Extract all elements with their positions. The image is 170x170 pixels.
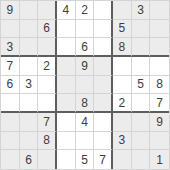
cell-r2c3[interactable]: 6: [38, 20, 57, 39]
cell-r5c6[interactable]: [94, 76, 113, 95]
cell-r1c8[interactable]: 3: [132, 1, 151, 20]
cell-r7c8[interactable]: [132, 113, 151, 132]
cell-r7c1[interactable]: [1, 113, 20, 132]
cell-r5c8[interactable]: 5: [132, 76, 151, 95]
cell-r1c1[interactable]: 9: [1, 1, 20, 20]
cell-r1c2[interactable]: [20, 1, 39, 20]
cell-r4c6[interactable]: [94, 57, 113, 76]
cell-r4c5[interactable]: 9: [76, 57, 95, 76]
cell-r4c3[interactable]: 2: [38, 57, 57, 76]
cell-r2c4[interactable]: [57, 20, 76, 39]
cell-r5c4[interactable]: [57, 76, 76, 95]
cell-r2c6[interactable]: [94, 20, 113, 39]
cell-r7c9[interactable]: 9: [150, 113, 169, 132]
cell-r9c8[interactable]: [132, 150, 151, 169]
cell-r4c8[interactable]: [132, 57, 151, 76]
cell-r1c9[interactable]: [150, 1, 169, 20]
cell-r3c1[interactable]: 3: [1, 38, 20, 57]
cell-r9c2[interactable]: 6: [20, 150, 39, 169]
cell-r1c3[interactable]: [38, 1, 57, 20]
cell-r9c6[interactable]: 7: [94, 150, 113, 169]
cell-r2c1[interactable]: [1, 20, 20, 39]
cell-r3c5[interactable]: 6: [76, 38, 95, 57]
cell-r7c7[interactable]: [113, 113, 132, 132]
cell-r4c1[interactable]: 7: [1, 57, 20, 76]
cell-r5c3[interactable]: [38, 76, 57, 95]
cell-r8c7[interactable]: 3: [113, 132, 132, 151]
cell-r7c5[interactable]: 4: [76, 113, 95, 132]
cell-r6c2[interactable]: [20, 94, 39, 113]
cell-r9c4[interactable]: [57, 150, 76, 169]
cell-r4c7[interactable]: [113, 57, 132, 76]
cell-r1c4[interactable]: 4: [57, 1, 76, 20]
cell-r4c2[interactable]: [20, 57, 39, 76]
cell-r9c1[interactable]: [1, 150, 20, 169]
cell-r3c9[interactable]: [150, 38, 169, 57]
cell-r5c9[interactable]: 8: [150, 76, 169, 95]
cell-r8c1[interactable]: [1, 132, 20, 151]
cell-r5c1[interactable]: 6: [1, 76, 20, 95]
cell-r6c5[interactable]: 8: [76, 94, 95, 113]
cell-r8c4[interactable]: [57, 132, 76, 151]
cell-r8c8[interactable]: [132, 132, 151, 151]
cell-r4c9[interactable]: [150, 57, 169, 76]
cell-r7c2[interactable]: [20, 113, 39, 132]
cell-r6c4[interactable]: [57, 94, 76, 113]
cell-r6c7[interactable]: 2: [113, 94, 132, 113]
cell-r6c1[interactable]: [1, 94, 20, 113]
cell-r2c9[interactable]: [150, 20, 169, 39]
cell-r6c9[interactable]: 7: [150, 94, 169, 113]
cell-r2c2[interactable]: [20, 20, 39, 39]
cell-r8c5[interactable]: [76, 132, 95, 151]
cell-r9c5[interactable]: 5: [76, 150, 95, 169]
sudoku-board: 9423653687296358827749836571: [0, 0, 170, 170]
cell-r9c9[interactable]: 1: [150, 150, 169, 169]
cell-r3c8[interactable]: [132, 38, 151, 57]
cell-r6c3[interactable]: [38, 94, 57, 113]
cell-r7c6[interactable]: [94, 113, 113, 132]
cell-r3c2[interactable]: [20, 38, 39, 57]
cell-r3c3[interactable]: [38, 38, 57, 57]
cell-r3c4[interactable]: [57, 38, 76, 57]
cell-r1c6[interactable]: [94, 1, 113, 20]
cell-r7c3[interactable]: 7: [38, 113, 57, 132]
cell-r9c7[interactable]: [113, 150, 132, 169]
cell-r3c6[interactable]: [94, 38, 113, 57]
cell-r5c2[interactable]: 3: [20, 76, 39, 95]
cell-r2c5[interactable]: [76, 20, 95, 39]
cell-r9c3[interactable]: [38, 150, 57, 169]
cell-r6c6[interactable]: [94, 94, 113, 113]
cell-r8c9[interactable]: [150, 132, 169, 151]
cell-r4c4[interactable]: [57, 57, 76, 76]
cell-r3c7[interactable]: 8: [113, 38, 132, 57]
cell-r5c5[interactable]: [76, 76, 95, 95]
cell-r6c8[interactable]: [132, 94, 151, 113]
cell-r7c4[interactable]: [57, 113, 76, 132]
cell-r1c7[interactable]: [113, 1, 132, 20]
cell-r5c7[interactable]: [113, 76, 132, 95]
cell-r8c3[interactable]: 8: [38, 132, 57, 151]
cell-r2c7[interactable]: 5: [113, 20, 132, 39]
cell-r8c6[interactable]: [94, 132, 113, 151]
cell-r1c5[interactable]: 2: [76, 1, 95, 20]
cell-r8c2[interactable]: [20, 132, 39, 151]
cell-r2c8[interactable]: [132, 20, 151, 39]
